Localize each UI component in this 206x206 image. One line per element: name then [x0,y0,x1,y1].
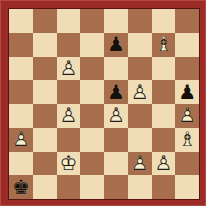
square-a3[interactable]: ♟♙ [9,128,33,152]
white-bishop-outline-icon: ♗ [175,128,199,152]
white-pawn-outline-icon: ♙ [57,104,81,128]
black-pawn[interactable]: ♟ [175,80,199,104]
square-h6[interactable] [175,57,199,81]
square-b5[interactable] [33,80,57,104]
square-g5[interactable] [152,80,176,104]
black-pawn-icon: ♟ [104,33,128,57]
white-pawn-outline-icon: ♙ [104,104,128,128]
square-e6[interactable] [104,57,128,81]
square-c5[interactable] [57,80,81,104]
white-pawn-outline-icon: ♙ [128,80,152,104]
square-h7[interactable] [175,33,199,57]
square-g1[interactable] [152,175,176,199]
square-b2[interactable] [33,152,57,176]
square-a2[interactable] [9,152,33,176]
square-f1[interactable] [128,175,152,199]
square-d1[interactable] [80,175,104,199]
square-f7[interactable] [128,33,152,57]
square-f5[interactable]: ♟♙ [128,80,152,104]
square-d7[interactable] [80,33,104,57]
square-c3[interactable] [57,128,81,152]
white-pawn[interactable]: ♟♙ [57,57,81,81]
square-a8[interactable] [9,9,33,33]
square-d2[interactable] [80,152,104,176]
board-frame: ♟♝♗♟♙♟♟♙♟♟♙♟♙♟♙♟♙♝♗♚♔♟♙♟♙♚ [0,0,206,206]
white-pawn-outline-icon: ♙ [152,152,176,176]
square-c1[interactable] [57,175,81,199]
white-pawn[interactable]: ♟♙ [175,104,199,128]
square-b8[interactable] [33,9,57,33]
black-pawn-icon: ♟ [104,80,128,104]
square-g4[interactable] [152,104,176,128]
black-king[interactable]: ♚ [9,175,33,199]
chess-board: ♟♝♗♟♙♟♟♙♟♟♙♟♙♟♙♟♙♝♗♚♔♟♙♟♙♚ [8,8,200,200]
square-c7[interactable] [57,33,81,57]
square-f8[interactable] [128,9,152,33]
white-bishop[interactable]: ♝♗ [175,128,199,152]
white-pawn-outline-icon: ♙ [175,104,199,128]
white-pawn-outline-icon: ♙ [9,128,33,152]
black-pawn[interactable]: ♟ [104,33,128,57]
white-bishop-outline-icon: ♗ [152,33,176,57]
white-king-outline-icon: ♔ [57,152,81,176]
square-g6[interactable] [152,57,176,81]
square-a5[interactable] [9,80,33,104]
square-h4[interactable]: ♟♙ [175,104,199,128]
square-a6[interactable] [9,57,33,81]
square-a7[interactable] [9,33,33,57]
white-pawn-outline-icon: ♙ [57,57,81,81]
square-e5[interactable]: ♟ [104,80,128,104]
square-d4[interactable] [80,104,104,128]
black-king-icon: ♚ [9,175,33,199]
square-b3[interactable] [33,128,57,152]
black-pawn-icon: ♟ [175,80,199,104]
white-king[interactable]: ♚♔ [57,152,81,176]
square-e8[interactable] [104,9,128,33]
square-f4[interactable] [128,104,152,128]
square-g2[interactable]: ♟♙ [152,152,176,176]
square-h8[interactable] [175,9,199,33]
white-pawn[interactable]: ♟♙ [104,104,128,128]
square-g7[interactable]: ♝♗ [152,33,176,57]
square-e4[interactable]: ♟♙ [104,104,128,128]
white-pawn[interactable]: ♟♙ [57,104,81,128]
square-b7[interactable] [33,33,57,57]
white-pawn[interactable]: ♟♙ [9,128,33,152]
square-b4[interactable] [33,104,57,128]
square-b1[interactable] [33,175,57,199]
square-g8[interactable] [152,9,176,33]
square-d5[interactable] [80,80,104,104]
square-d8[interactable] [80,9,104,33]
white-pawn[interactable]: ♟♙ [128,152,152,176]
square-e3[interactable] [104,128,128,152]
square-d3[interactable] [80,128,104,152]
square-a4[interactable] [9,104,33,128]
square-a1[interactable]: ♚ [9,175,33,199]
square-f3[interactable] [128,128,152,152]
white-pawn[interactable]: ♟♙ [128,80,152,104]
square-c4[interactable]: ♟♙ [57,104,81,128]
square-g3[interactable] [152,128,176,152]
square-e2[interactable] [104,152,128,176]
square-f6[interactable] [128,57,152,81]
square-f2[interactable]: ♟♙ [128,152,152,176]
square-e7[interactable]: ♟ [104,33,128,57]
square-e1[interactable] [104,175,128,199]
black-pawn[interactable]: ♟ [104,80,128,104]
square-c8[interactable] [57,9,81,33]
square-c2[interactable]: ♚♔ [57,152,81,176]
square-h3[interactable]: ♝♗ [175,128,199,152]
square-h1[interactable] [175,175,199,199]
white-pawn[interactable]: ♟♙ [152,152,176,176]
square-h5[interactable]: ♟ [175,80,199,104]
square-b6[interactable] [33,57,57,81]
square-d6[interactable] [80,57,104,81]
square-c6[interactable]: ♟♙ [57,57,81,81]
white-bishop[interactable]: ♝♗ [152,33,176,57]
white-pawn-outline-icon: ♙ [128,152,152,176]
square-h2[interactable] [175,152,199,176]
